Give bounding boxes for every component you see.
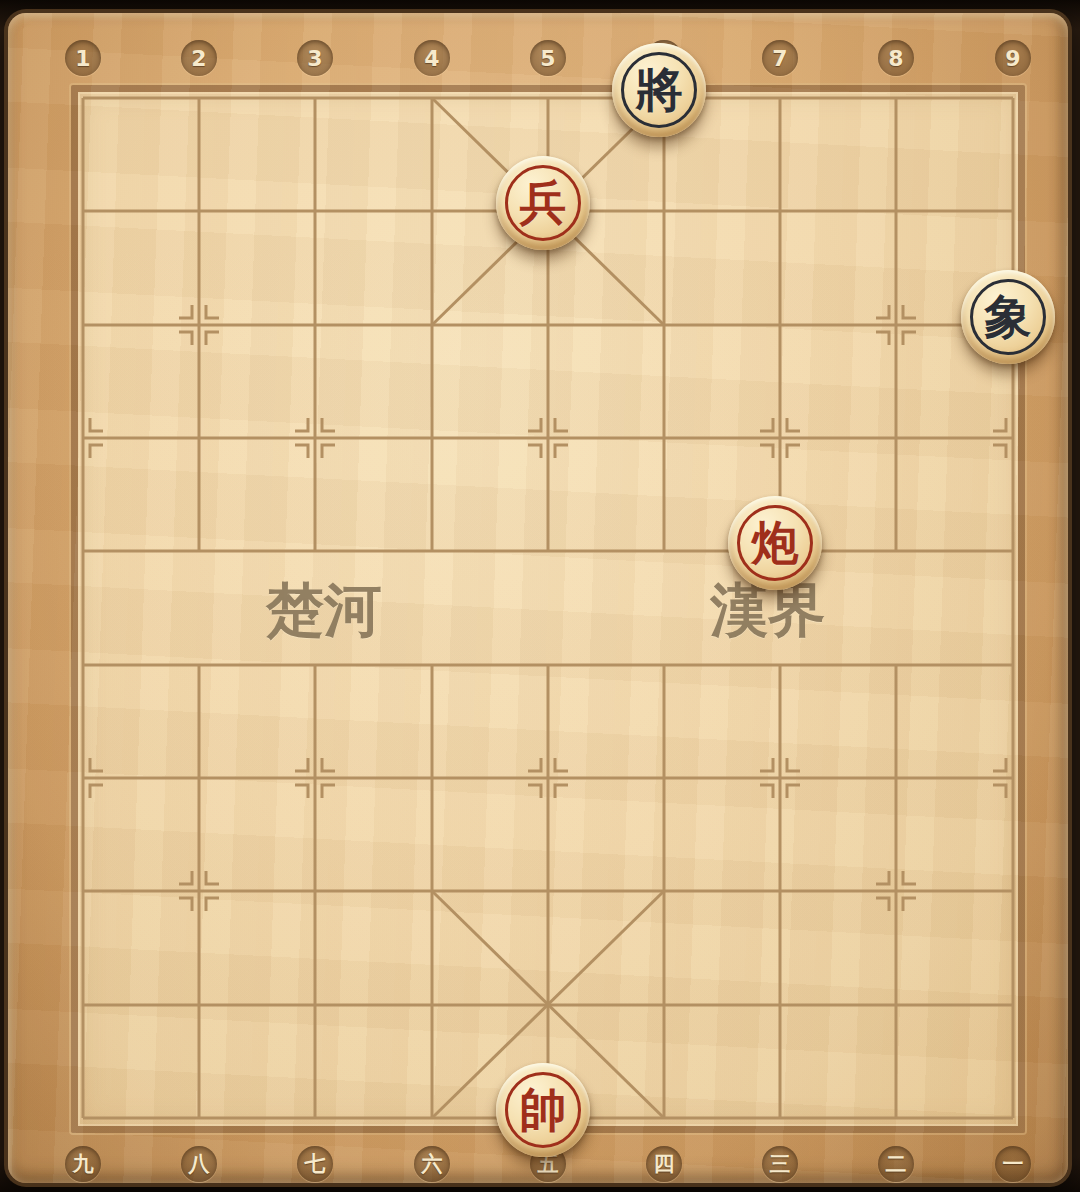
file-label-top-5: 5	[530, 40, 566, 76]
piece-ring: 炮	[737, 505, 813, 581]
piece-glyph: 兵	[520, 179, 567, 226]
file-label-bottom-9: 一	[995, 1146, 1031, 1182]
board-panel: 楚河 漢界 123456789 九八七六五四三二一 將兵象炮帥	[8, 13, 1068, 1183]
piece-glyph: 炮	[752, 519, 799, 566]
piece-red-soldier[interactable]: 兵	[496, 156, 590, 250]
piece-black-general[interactable]: 將	[612, 43, 706, 137]
file-label-bottom-7: 三	[762, 1146, 798, 1182]
piece-black-elephant[interactable]: 象	[961, 270, 1055, 364]
file-label-bottom-4: 六	[414, 1146, 450, 1182]
piece-glyph: 帥	[520, 1086, 567, 1133]
piece-ring: 帥	[505, 1072, 581, 1148]
file-label-bottom-1: 九	[65, 1146, 101, 1182]
file-label-top-7: 7	[762, 40, 798, 76]
file-label-top-4: 4	[414, 40, 450, 76]
file-label-top-8: 8	[878, 40, 914, 76]
piece-ring: 兵	[505, 165, 581, 241]
piece-glyph: 將	[636, 66, 683, 113]
file-label-top-2: 2	[181, 40, 217, 76]
piece-glyph: 象	[985, 293, 1032, 340]
file-label-bottom-6: 四	[646, 1146, 682, 1182]
piece-red-cannon[interactable]: 炮	[728, 496, 822, 590]
file-label-bottom-2: 八	[181, 1146, 217, 1182]
file-label-top-1: 1	[65, 40, 101, 76]
piece-red-general[interactable]: 帥	[496, 1063, 590, 1157]
xiangqi-app: 楚河 漢界 123456789 九八七六五四三二一 將兵象炮帥	[0, 0, 1080, 1192]
piece-ring: 象	[970, 279, 1046, 355]
piece-ring: 將	[621, 52, 697, 128]
file-label-top-9: 9	[995, 40, 1031, 76]
file-label-bottom-8: 二	[878, 1146, 914, 1182]
file-label-bottom-3: 七	[297, 1146, 333, 1182]
file-label-top-3: 3	[297, 40, 333, 76]
